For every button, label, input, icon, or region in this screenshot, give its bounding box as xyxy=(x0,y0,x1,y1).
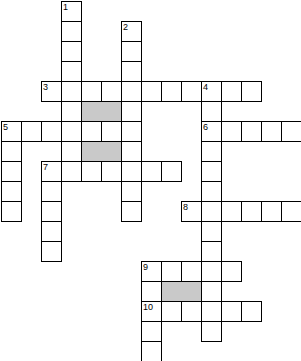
crossword-board: 12345678910 xyxy=(1,1,301,361)
clue-number: 4 xyxy=(203,83,208,92)
crossword-cell[interactable] xyxy=(201,201,222,222)
shaded-cell xyxy=(161,281,202,302)
crossword-cell[interactable] xyxy=(41,181,62,202)
crossword-cell[interactable] xyxy=(201,281,222,302)
crossword-cell[interactable] xyxy=(201,141,222,162)
crossword-cell[interactable] xyxy=(281,201,301,222)
crossword-cell[interactable] xyxy=(221,261,242,282)
crossword-cell[interactable] xyxy=(201,181,222,202)
crossword-cell[interactable] xyxy=(61,81,82,102)
crossword-cell[interactable] xyxy=(121,141,142,162)
crossword-cell[interactable] xyxy=(121,101,142,122)
crossword-cell[interactable] xyxy=(161,81,182,102)
clue-number: 6 xyxy=(203,123,208,132)
crossword-cell[interactable] xyxy=(81,81,102,102)
crossword-cell[interactable] xyxy=(221,201,242,222)
crossword-cell[interactable] xyxy=(1,181,22,202)
crossword-cell[interactable] xyxy=(221,81,242,102)
crossword-cell[interactable] xyxy=(1,141,22,162)
crossword-cell[interactable] xyxy=(181,261,202,282)
crossword-cell[interactable] xyxy=(181,81,202,102)
crossword-cell[interactable] xyxy=(41,121,62,142)
crossword-cell[interactable] xyxy=(121,181,142,202)
crossword-cell[interactable] xyxy=(121,81,142,102)
crossword-cell[interactable] xyxy=(1,161,22,182)
crossword-cell[interactable] xyxy=(61,121,82,142)
crossword-cell[interactable] xyxy=(61,21,82,42)
clue-number: 1 xyxy=(63,3,68,12)
crossword-cell[interactable] xyxy=(141,341,162,361)
crossword-cell[interactable] xyxy=(141,81,162,102)
crossword-cell[interactable] xyxy=(221,121,242,142)
clue-number: 10 xyxy=(143,303,153,312)
crossword-cell[interactable] xyxy=(41,201,62,222)
crossword-cell[interactable] xyxy=(241,201,262,222)
crossword-cell[interactable] xyxy=(101,161,122,182)
crossword-cell[interactable] xyxy=(101,81,122,102)
crossword-cell[interactable] xyxy=(281,121,301,142)
crossword-cell[interactable] xyxy=(181,301,202,322)
crossword-cell[interactable] xyxy=(21,121,42,142)
crossword-cell[interactable] xyxy=(201,321,222,342)
clue-number: 9 xyxy=(143,263,148,272)
crossword-cell[interactable] xyxy=(121,121,142,142)
crossword-cell[interactable] xyxy=(161,261,182,282)
clue-number: 5 xyxy=(3,123,8,132)
crossword-cell[interactable] xyxy=(61,41,82,62)
crossword-cell[interactable] xyxy=(201,301,222,322)
crossword-cell[interactable] xyxy=(61,161,82,182)
crossword-cell[interactable] xyxy=(41,241,62,262)
crossword-cell[interactable] xyxy=(221,301,242,322)
crossword-cell[interactable] xyxy=(201,101,222,122)
clue-number: 8 xyxy=(183,203,188,212)
crossword-cell[interactable] xyxy=(61,101,82,122)
clue-number: 2 xyxy=(123,23,128,32)
clue-number: 3 xyxy=(43,83,48,92)
crossword-cell[interactable] xyxy=(201,221,222,242)
crossword-cell[interactable] xyxy=(61,61,82,82)
crossword-cell[interactable] xyxy=(1,201,22,222)
crossword-cell[interactable] xyxy=(141,161,162,182)
shaded-cell xyxy=(81,141,122,162)
crossword-cell[interactable] xyxy=(121,61,142,82)
crossword-cell[interactable] xyxy=(161,301,182,322)
crossword-cell[interactable] xyxy=(261,201,282,222)
crossword-cell[interactable] xyxy=(241,81,262,102)
shaded-cell xyxy=(81,101,122,122)
crossword-cell[interactable] xyxy=(81,161,102,182)
crossword-cell[interactable] xyxy=(261,121,282,142)
crossword-cell[interactable] xyxy=(201,241,222,262)
crossword-page: 12345678910 xyxy=(0,0,301,361)
crossword-cell[interactable] xyxy=(241,301,262,322)
crossword-cell[interactable] xyxy=(201,261,222,282)
crossword-cell[interactable] xyxy=(81,121,102,142)
crossword-cell[interactable] xyxy=(241,121,262,142)
crossword-cell[interactable] xyxy=(121,41,142,62)
crossword-cell[interactable] xyxy=(141,281,162,302)
crossword-cell[interactable] xyxy=(121,201,142,222)
crossword-cell[interactable] xyxy=(121,161,142,182)
crossword-cell[interactable] xyxy=(61,141,82,162)
clue-number: 7 xyxy=(43,163,48,172)
crossword-cell[interactable] xyxy=(101,121,122,142)
crossword-cell[interactable] xyxy=(161,161,182,182)
crossword-cell[interactable] xyxy=(201,161,222,182)
crossword-cell[interactable] xyxy=(41,221,62,242)
crossword-cell[interactable] xyxy=(141,321,162,342)
